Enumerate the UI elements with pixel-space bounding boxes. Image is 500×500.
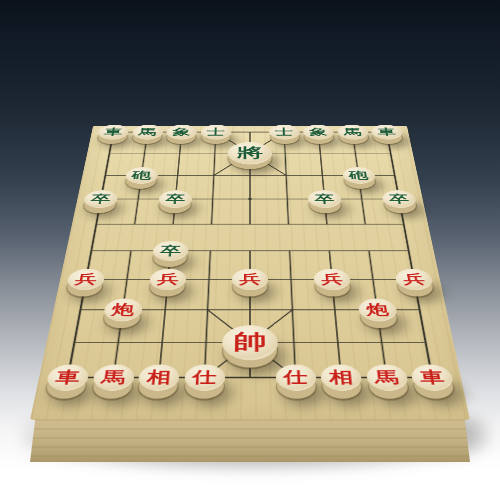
grid-vertical-line — [318, 132, 327, 224]
piece-green-advisor[interactable]: 士 — [269, 125, 300, 140]
grid-vertical-line — [212, 132, 216, 224]
piece-glyph: 車 — [418, 367, 446, 388]
piece-green-general[interactable]: 將 — [227, 142, 272, 164]
piece-glyph: 卒 — [90, 192, 112, 206]
piece-glyph: 兵 — [320, 271, 343, 288]
piece-glyph: 相 — [146, 367, 172, 388]
piece-glyph: 砲 — [131, 169, 152, 182]
piece-glyph: 仕 — [283, 367, 308, 388]
piece-glyph: 兵 — [74, 271, 99, 288]
piece-glyph: 士 — [207, 126, 226, 138]
piece-red-advisor[interactable]: 仕 — [183, 365, 224, 391]
piece-green-advisor[interactable]: 士 — [200, 125, 231, 140]
piece-glyph: 士 — [275, 126, 294, 138]
piece-glyph: 兵 — [156, 271, 179, 288]
grid-vertical-line — [284, 132, 288, 224]
piece-green-soldier[interactable]: 卒 — [307, 190, 342, 208]
piece-glyph: 車 — [54, 367, 82, 388]
piece-green-elephant[interactable]: 象 — [303, 125, 335, 140]
piece-glyph: 兵 — [239, 271, 261, 288]
xiangqi-board: 車馬象士士象馬車將砲砲卒卒卒卒卒兵兵兵兵兵炮炮帥車馬相仕仕相馬車 — [30, 126, 470, 420]
grid-vertical-line — [173, 132, 182, 224]
piece-glyph: 將 — [237, 144, 264, 162]
grid-vertical-line — [204, 251, 210, 378]
piece-glyph: 炮 — [110, 300, 135, 318]
piece-red-soldier[interactable]: 兵 — [232, 269, 269, 290]
piece-glyph: 車 — [377, 126, 397, 138]
piece-red-soldier[interactable]: 兵 — [313, 269, 351, 290]
piece-glyph: 砲 — [348, 169, 369, 182]
piece-glyph: 仕 — [192, 367, 217, 388]
piece-glyph: 象 — [172, 126, 191, 138]
piece-glyph: 相 — [328, 367, 354, 388]
piece-glyph: 車 — [103, 126, 123, 138]
board-front-edge — [30, 419, 470, 462]
piece-glyph: 卒 — [314, 192, 335, 206]
piece-glyph: 馬 — [100, 367, 127, 388]
piece-red-general[interactable]: 帥 — [222, 325, 279, 360]
piece-glyph: 炮 — [365, 300, 390, 318]
point-marker — [248, 198, 252, 200]
piece-glyph: 卒 — [159, 243, 181, 259]
piece-glyph: 兵 — [402, 271, 427, 288]
scene: 車馬象士士象馬車將砲砲卒卒卒卒卒兵兵兵兵兵炮炮帥車馬相仕仕相馬車 — [0, 0, 500, 500]
piece-red-advisor[interactable]: 仕 — [275, 365, 316, 391]
piece-glyph: 卒 — [165, 192, 186, 206]
piece-glyph: 馬 — [138, 126, 158, 138]
piece-glyph: 帥 — [233, 328, 267, 357]
piece-glyph: 馬 — [373, 367, 400, 388]
piece-glyph: 卒 — [388, 192, 410, 206]
grid-vertical-line — [290, 251, 296, 378]
piece-glyph: 象 — [309, 126, 328, 138]
piece-glyph: 馬 — [343, 126, 363, 138]
